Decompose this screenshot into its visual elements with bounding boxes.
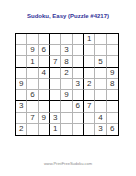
cell-r8c9 xyxy=(107,113,118,124)
cell-r3c8: 5 xyxy=(95,56,106,67)
cell-r4c8 xyxy=(95,68,106,79)
cell-r5c9: 8 xyxy=(107,79,118,90)
puzzle-title: Sudoku, Easy (Puzzle #4217) xyxy=(0,13,136,20)
cell-r5c2 xyxy=(27,79,38,90)
cell-r3c4: 7 xyxy=(50,56,61,67)
cell-r9c8: 3 xyxy=(95,124,106,135)
cell-r3c7 xyxy=(84,56,95,67)
cell-r8c7 xyxy=(84,113,95,124)
cell-r8c6 xyxy=(73,113,84,124)
cell-r9c7 xyxy=(84,124,95,135)
cell-r7c5 xyxy=(61,101,72,112)
cell-r5c4 xyxy=(50,79,61,90)
cell-r3c6 xyxy=(73,56,84,67)
cell-r7c6: 6 xyxy=(73,101,84,112)
cell-r5c1: 9 xyxy=(16,79,27,90)
cell-r4c1 xyxy=(16,68,27,79)
cell-r8c5 xyxy=(61,113,72,124)
cell-r4c9: 9 xyxy=(107,68,118,79)
cell-r8c1 xyxy=(16,113,27,124)
cell-r5c6: 3 xyxy=(73,79,84,90)
cell-r7c8 xyxy=(95,101,106,112)
cell-r2c7 xyxy=(84,45,95,56)
cell-r7c3 xyxy=(39,101,50,112)
cell-r2c8 xyxy=(95,45,106,56)
cell-r8c4: 3 xyxy=(50,113,61,124)
cell-r8c3: 9 xyxy=(39,113,50,124)
cell-r9c2 xyxy=(27,124,38,135)
cell-r3c9 xyxy=(107,56,118,67)
cell-r1c5 xyxy=(61,34,72,45)
cell-r9c6 xyxy=(73,124,84,135)
cell-r1c7: 1 xyxy=(84,34,95,45)
cell-r9c1: 2 xyxy=(16,124,27,135)
cell-r2c1 xyxy=(16,45,27,56)
cell-r2c6 xyxy=(73,45,84,56)
footer-url: www.PrintFreeSudoku.com xyxy=(0,161,136,166)
cell-r6c8 xyxy=(95,90,106,101)
cell-r4c3: 4 xyxy=(39,68,50,79)
cell-r5c8 xyxy=(95,79,106,90)
cell-r1c6 xyxy=(73,34,84,45)
cell-r1c8 xyxy=(95,34,106,45)
cell-r9c3 xyxy=(39,124,50,135)
cell-r2c9 xyxy=(107,45,118,56)
cell-r1c2 xyxy=(27,34,38,45)
cell-r3c3 xyxy=(39,56,50,67)
cell-r6c2: 6 xyxy=(27,90,38,101)
cell-r7c9 xyxy=(107,101,118,112)
cell-r8c2: 7 xyxy=(27,113,38,124)
cell-r9c9: 6 xyxy=(107,124,118,135)
cell-r4c4 xyxy=(50,68,61,79)
sudoku-board: 1963178542993286936779342136 xyxy=(15,33,119,136)
cell-r3c1 xyxy=(16,56,27,67)
cell-r7c7: 7 xyxy=(84,101,95,112)
cell-r5c5 xyxy=(61,79,72,90)
cell-r6c6 xyxy=(73,90,84,101)
cell-r7c4 xyxy=(50,101,61,112)
cell-r6c1 xyxy=(16,90,27,101)
cell-r4c7 xyxy=(84,68,95,79)
cell-r1c4 xyxy=(50,34,61,45)
cell-r2c4 xyxy=(50,45,61,56)
cell-r2c3: 6 xyxy=(39,45,50,56)
cell-r6c3 xyxy=(39,90,50,101)
cell-r2c5: 3 xyxy=(61,45,72,56)
cell-r6c7 xyxy=(84,90,95,101)
cell-r3c2: 1 xyxy=(27,56,38,67)
cell-r9c4: 1 xyxy=(50,124,61,135)
cell-r1c3 xyxy=(39,34,50,45)
cell-r5c3 xyxy=(39,79,50,90)
cell-r7c1: 3 xyxy=(16,101,27,112)
sudoku-printable-page: Sudoku, Easy (Puzzle #4217) 196317854299… xyxy=(0,0,136,176)
cell-r6c9 xyxy=(107,90,118,101)
cell-r1c9 xyxy=(107,34,118,45)
cell-r9c5 xyxy=(61,124,72,135)
cell-r6c5: 9 xyxy=(61,90,72,101)
cell-r7c2 xyxy=(27,101,38,112)
cell-r4c2 xyxy=(27,68,38,79)
cell-r6c4 xyxy=(50,90,61,101)
cell-r3c5: 8 xyxy=(61,56,72,67)
cell-r4c5: 2 xyxy=(61,68,72,79)
cell-r1c1 xyxy=(16,34,27,45)
cell-r8c8: 4 xyxy=(95,113,106,124)
cell-r2c2: 9 xyxy=(27,45,38,56)
cell-r4c6 xyxy=(73,68,84,79)
cell-r5c7: 2 xyxy=(84,79,95,90)
